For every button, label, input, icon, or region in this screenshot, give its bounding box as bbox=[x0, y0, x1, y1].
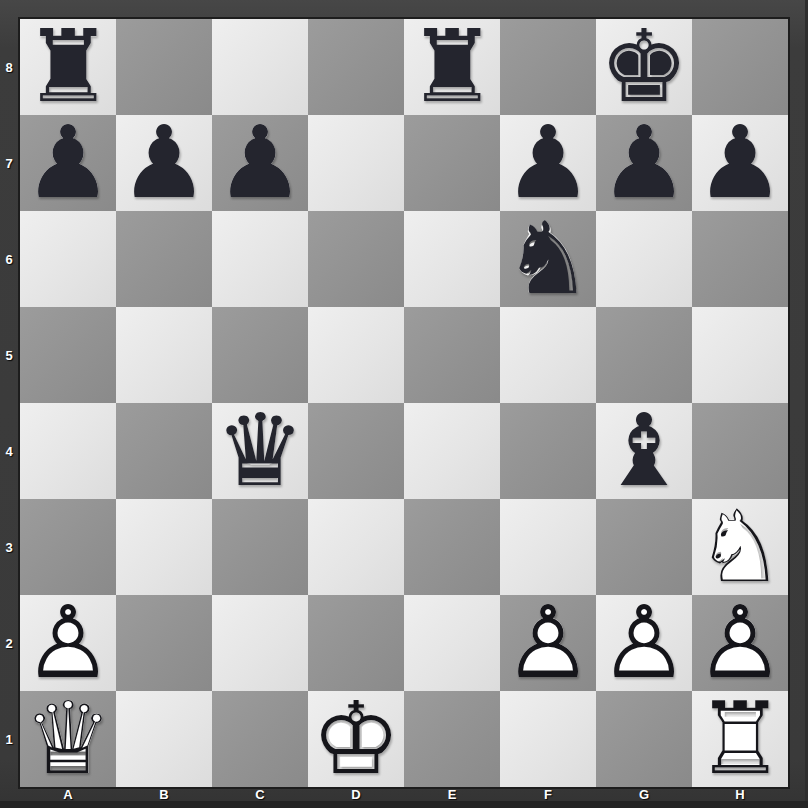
rank-label-1: 1 bbox=[0, 691, 18, 787]
rank-label-4: 4 bbox=[0, 403, 18, 499]
square-d7[interactable] bbox=[308, 115, 404, 211]
square-c6[interactable] bbox=[212, 211, 308, 307]
piece-outline-layer: ♘ bbox=[692, 499, 788, 595]
black-pawn-f7[interactable]: ♙♟ bbox=[500, 115, 596, 211]
square-g2[interactable]: ♟♙ bbox=[596, 595, 692, 691]
square-g1[interactable] bbox=[596, 691, 692, 787]
rank-label-5: 5 bbox=[0, 307, 18, 403]
square-a2[interactable]: ♟♙ bbox=[20, 595, 116, 691]
square-h5[interactable] bbox=[692, 307, 788, 403]
square-d1[interactable]: ♚♔ bbox=[308, 691, 404, 787]
square-e2[interactable] bbox=[404, 595, 500, 691]
square-b2[interactable] bbox=[116, 595, 212, 691]
square-b8[interactable] bbox=[116, 19, 212, 115]
square-c7[interactable]: ♙♟ bbox=[212, 115, 308, 211]
white-king-d1[interactable]: ♚♔ bbox=[308, 691, 404, 787]
square-a1[interactable]: ♛♕ bbox=[20, 691, 116, 787]
square-e8[interactable]: ♖♜ bbox=[404, 19, 500, 115]
square-g7[interactable]: ♙♟ bbox=[596, 115, 692, 211]
piece-outline-layer: ♙ bbox=[500, 595, 596, 691]
square-c2[interactable] bbox=[212, 595, 308, 691]
white-knight-h3[interactable]: ♞♘ bbox=[692, 499, 788, 595]
square-g3[interactable] bbox=[596, 499, 692, 595]
square-b1[interactable] bbox=[116, 691, 212, 787]
square-h4[interactable] bbox=[692, 403, 788, 499]
piece-outline-layer: ♜ bbox=[404, 19, 500, 115]
square-f4[interactable] bbox=[500, 403, 596, 499]
file-label-g: G bbox=[596, 787, 692, 802]
square-c3[interactable] bbox=[212, 499, 308, 595]
square-f2[interactable]: ♟♙ bbox=[500, 595, 596, 691]
square-h3[interactable]: ♞♘ bbox=[692, 499, 788, 595]
square-e3[interactable] bbox=[404, 499, 500, 595]
rank-label-7: 7 bbox=[0, 115, 18, 211]
black-rook-e8[interactable]: ♖♜ bbox=[404, 19, 500, 115]
square-d4[interactable] bbox=[308, 403, 404, 499]
piece-outline-layer: ♟ bbox=[116, 115, 212, 211]
square-d5[interactable] bbox=[308, 307, 404, 403]
piece-outline-layer: ♛ bbox=[212, 403, 308, 499]
square-d6[interactable] bbox=[308, 211, 404, 307]
square-a5[interactable] bbox=[20, 307, 116, 403]
square-f5[interactable] bbox=[500, 307, 596, 403]
square-c5[interactable] bbox=[212, 307, 308, 403]
white-pawn-a2[interactable]: ♟♙ bbox=[20, 595, 116, 691]
file-label-c: C bbox=[212, 787, 308, 802]
file-label-f: F bbox=[500, 787, 596, 802]
square-f3[interactable] bbox=[500, 499, 596, 595]
white-pawn-h2[interactable]: ♟♙ bbox=[692, 595, 788, 691]
black-queen-c4[interactable]: ♕♛ bbox=[212, 403, 308, 499]
square-c8[interactable] bbox=[212, 19, 308, 115]
square-h8[interactable] bbox=[692, 19, 788, 115]
square-e1[interactable] bbox=[404, 691, 500, 787]
rank-label-8: 8 bbox=[0, 19, 18, 115]
white-rook-h1[interactable]: ♜♖ bbox=[692, 691, 788, 787]
piece-outline-layer: ♟ bbox=[20, 115, 116, 211]
frame-bottom-edge bbox=[0, 801, 808, 808]
square-b7[interactable]: ♙♟ bbox=[116, 115, 212, 211]
piece-outline-layer: ♝ bbox=[596, 403, 692, 499]
black-rook-a8[interactable]: ♖♜ bbox=[20, 19, 116, 115]
rank-label-6: 6 bbox=[0, 211, 18, 307]
board-frame: ♖♜♖♜♔♚♙♟♙♟♙♟♙♟♙♟♙♟♘♞♕♛♗♝♞♘♟♙♟♙♟♙♟♙♛♕♚♔♜♖… bbox=[0, 0, 808, 808]
square-f7[interactable]: ♙♟ bbox=[500, 115, 596, 211]
black-pawn-h7[interactable]: ♙♟ bbox=[692, 115, 788, 211]
piece-outline-layer: ♟ bbox=[692, 115, 788, 211]
rank-labels: 87654321 bbox=[0, 19, 18, 787]
black-pawn-b7[interactable]: ♙♟ bbox=[116, 115, 212, 211]
piece-outline-layer: ♚ bbox=[596, 19, 692, 115]
square-b5[interactable] bbox=[116, 307, 212, 403]
piece-outline-layer: ♟ bbox=[212, 115, 308, 211]
square-d3[interactable] bbox=[308, 499, 404, 595]
square-h6[interactable] bbox=[692, 211, 788, 307]
square-f8[interactable] bbox=[500, 19, 596, 115]
piece-outline-layer: ♞ bbox=[500, 211, 596, 307]
square-d8[interactable] bbox=[308, 19, 404, 115]
square-b3[interactable] bbox=[116, 499, 212, 595]
square-g6[interactable] bbox=[596, 211, 692, 307]
rank-label-3: 3 bbox=[0, 499, 18, 595]
piece-outline-layer: ♔ bbox=[308, 691, 404, 787]
square-a3[interactable] bbox=[20, 499, 116, 595]
black-knight-f6[interactable]: ♘♞ bbox=[500, 211, 596, 307]
square-e6[interactable] bbox=[404, 211, 500, 307]
black-pawn-g7[interactable]: ♙♟ bbox=[596, 115, 692, 211]
square-h1[interactable]: ♜♖ bbox=[692, 691, 788, 787]
black-pawn-a7[interactable]: ♙♟ bbox=[20, 115, 116, 211]
square-f1[interactable] bbox=[500, 691, 596, 787]
square-a4[interactable] bbox=[20, 403, 116, 499]
square-c4[interactable]: ♕♛ bbox=[212, 403, 308, 499]
piece-outline-layer: ♜ bbox=[20, 19, 116, 115]
piece-outline-layer: ♕ bbox=[20, 691, 116, 787]
square-e4[interactable] bbox=[404, 403, 500, 499]
square-e5[interactable] bbox=[404, 307, 500, 403]
square-a8[interactable]: ♖♜ bbox=[20, 19, 116, 115]
piece-outline-layer: ♙ bbox=[596, 595, 692, 691]
square-a7[interactable]: ♙♟ bbox=[20, 115, 116, 211]
file-label-d: D bbox=[308, 787, 404, 802]
file-label-h: H bbox=[692, 787, 788, 802]
rank-label-2: 2 bbox=[0, 595, 18, 691]
white-queen-a1[interactable]: ♛♕ bbox=[20, 691, 116, 787]
black-king-g8[interactable]: ♔♚ bbox=[596, 19, 692, 115]
square-h7[interactable]: ♙♟ bbox=[692, 115, 788, 211]
piece-outline-layer: ♟ bbox=[596, 115, 692, 211]
square-g8[interactable]: ♔♚ bbox=[596, 19, 692, 115]
white-pawn-g2[interactable]: ♟♙ bbox=[596, 595, 692, 691]
square-c1[interactable] bbox=[212, 691, 308, 787]
square-a6[interactable] bbox=[20, 211, 116, 307]
black-bishop-g4[interactable]: ♗♝ bbox=[596, 403, 692, 499]
square-e7[interactable] bbox=[404, 115, 500, 211]
piece-outline-layer: ♖ bbox=[692, 691, 788, 787]
file-label-e: E bbox=[404, 787, 500, 802]
square-b4[interactable] bbox=[116, 403, 212, 499]
square-d2[interactable] bbox=[308, 595, 404, 691]
white-pawn-f2[interactable]: ♟♙ bbox=[500, 595, 596, 691]
black-pawn-c7[interactable]: ♙♟ bbox=[212, 115, 308, 211]
file-labels: ABCDEFGH bbox=[20, 787, 788, 802]
square-h2[interactable]: ♟♙ bbox=[692, 595, 788, 691]
piece-outline-layer: ♙ bbox=[20, 595, 116, 691]
file-label-a: A bbox=[20, 787, 116, 802]
piece-outline-layer: ♟ bbox=[500, 115, 596, 211]
chess-board: ♖♜♖♜♔♚♙♟♙♟♙♟♙♟♙♟♙♟♘♞♕♛♗♝♞♘♟♙♟♙♟♙♟♙♛♕♚♔♜♖ bbox=[18, 17, 790, 789]
piece-outline-layer: ♙ bbox=[692, 595, 788, 691]
square-b6[interactable] bbox=[116, 211, 212, 307]
square-f6[interactable]: ♘♞ bbox=[500, 211, 596, 307]
file-label-b: B bbox=[116, 787, 212, 802]
square-g5[interactable] bbox=[596, 307, 692, 403]
square-g4[interactable]: ♗♝ bbox=[596, 403, 692, 499]
